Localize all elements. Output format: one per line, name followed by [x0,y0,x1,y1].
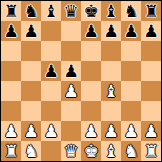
square-c3[interactable] [41,101,61,121]
square-a1[interactable]: ♜ [1,141,21,161]
white-rook-piece: ♜ [143,141,158,161]
white-pawn-piece: ♟ [43,121,58,141]
square-e4[interactable] [81,81,101,101]
square-a5[interactable] [1,61,21,81]
black-bishop-piece: ♝ [43,1,58,21]
square-g2[interactable]: ♟ [121,121,141,141]
square-f6[interactable] [101,41,121,61]
black-pawn-piece: ♟ [123,21,138,41]
white-pawn-piece: ♟ [63,81,78,101]
square-c8[interactable]: ♝ [41,1,61,21]
square-f4[interactable]: ♝ [101,81,121,101]
white-knight-piece: ♞ [23,141,38,161]
square-g4[interactable] [121,81,141,101]
square-a6[interactable] [1,41,21,61]
square-b7[interactable]: ♟ [21,21,41,41]
square-d6[interactable] [61,41,81,61]
square-g3[interactable] [121,101,141,121]
black-pawn-piece: ♟ [63,61,78,81]
white-rook-piece: ♜ [3,141,18,161]
square-f8[interactable]: ♝ [101,1,121,21]
black-king-piece: ♚ [83,1,98,21]
square-d4[interactable]: ♟ [61,81,81,101]
black-pawn-piece: ♟ [103,21,118,41]
square-c5[interactable]: ♟ [41,61,61,81]
white-queen-piece: ♛ [63,141,78,161]
black-pawn-piece: ♟ [143,21,158,41]
square-b4[interactable] [21,81,41,101]
black-bishop-piece: ♝ [103,1,118,21]
square-g5[interactable] [121,61,141,81]
square-g1[interactable]: ♞ [121,141,141,161]
square-f2[interactable]: ♟ [101,121,121,141]
black-pawn-piece: ♟ [23,21,38,41]
white-pawn-piece: ♟ [83,121,98,141]
white-pawn-piece: ♟ [103,121,118,141]
chess-board: ♜♞♝♛♚♝♞♜♟♟♟♟♟♟♟♟♟♝♟♟♟♟♟♟♟♜♞♛♚♝♞♜ [1,1,161,161]
white-pawn-piece: ♟ [143,121,158,141]
square-h3[interactable] [141,101,161,121]
square-b1[interactable]: ♞ [21,141,41,161]
square-a2[interactable]: ♟ [1,121,21,141]
square-h1[interactable]: ♜ [141,141,161,161]
square-f7[interactable]: ♟ [101,21,121,41]
square-b2[interactable]: ♟ [21,121,41,141]
square-e5[interactable] [81,61,101,81]
square-b3[interactable] [21,101,41,121]
square-f3[interactable] [101,101,121,121]
square-d3[interactable] [61,101,81,121]
square-h6[interactable] [141,41,161,61]
square-d8[interactable]: ♛ [61,1,81,21]
black-knight-piece: ♞ [23,1,38,21]
square-f5[interactable] [101,61,121,81]
square-d5[interactable]: ♟ [61,61,81,81]
square-h5[interactable] [141,61,161,81]
square-e1[interactable]: ♚ [81,141,101,161]
black-pawn-piece: ♟ [43,61,58,81]
square-g6[interactable] [121,41,141,61]
square-e3[interactable] [81,101,101,121]
square-h4[interactable] [141,81,161,101]
black-pawn-piece: ♟ [83,21,98,41]
black-pawn-piece: ♟ [3,21,18,41]
square-b6[interactable] [21,41,41,61]
white-bishop-piece: ♝ [103,141,118,161]
square-a8[interactable]: ♜ [1,1,21,21]
black-rook-piece: ♜ [3,1,18,21]
white-pawn-piece: ♟ [3,121,18,141]
square-d1[interactable]: ♛ [61,141,81,161]
white-bishop-piece: ♝ [103,81,118,101]
square-g7[interactable]: ♟ [121,21,141,41]
square-c1[interactable] [41,141,61,161]
square-e7[interactable]: ♟ [81,21,101,41]
black-queen-piece: ♛ [63,1,78,21]
square-c6[interactable] [41,41,61,61]
square-b8[interactable]: ♞ [21,1,41,21]
square-e2[interactable]: ♟ [81,121,101,141]
square-h8[interactable]: ♜ [141,1,161,21]
square-b5[interactable] [21,61,41,81]
white-pawn-piece: ♟ [23,121,38,141]
square-c4[interactable] [41,81,61,101]
square-c2[interactable]: ♟ [41,121,61,141]
square-a4[interactable] [1,81,21,101]
square-d7[interactable] [61,21,81,41]
white-king-piece: ♚ [83,141,98,161]
square-e6[interactable] [81,41,101,61]
square-g8[interactable]: ♞ [121,1,141,21]
black-knight-piece: ♞ [123,1,138,21]
square-h2[interactable]: ♟ [141,121,161,141]
square-h7[interactable]: ♟ [141,21,161,41]
square-a3[interactable] [1,101,21,121]
white-knight-piece: ♞ [123,141,138,161]
square-e8[interactable]: ♚ [81,1,101,21]
square-f1[interactable]: ♝ [101,141,121,161]
square-d2[interactable] [61,121,81,141]
square-a7[interactable]: ♟ [1,21,21,41]
white-pawn-piece: ♟ [123,121,138,141]
square-c7[interactable] [41,21,61,41]
chess-board-frame: ♜♞♝♛♚♝♞♜♟♟♟♟♟♟♟♟♟♝♟♟♟♟♟♟♟♜♞♛♚♝♞♜ [0,0,162,162]
black-rook-piece: ♜ [143,1,158,21]
